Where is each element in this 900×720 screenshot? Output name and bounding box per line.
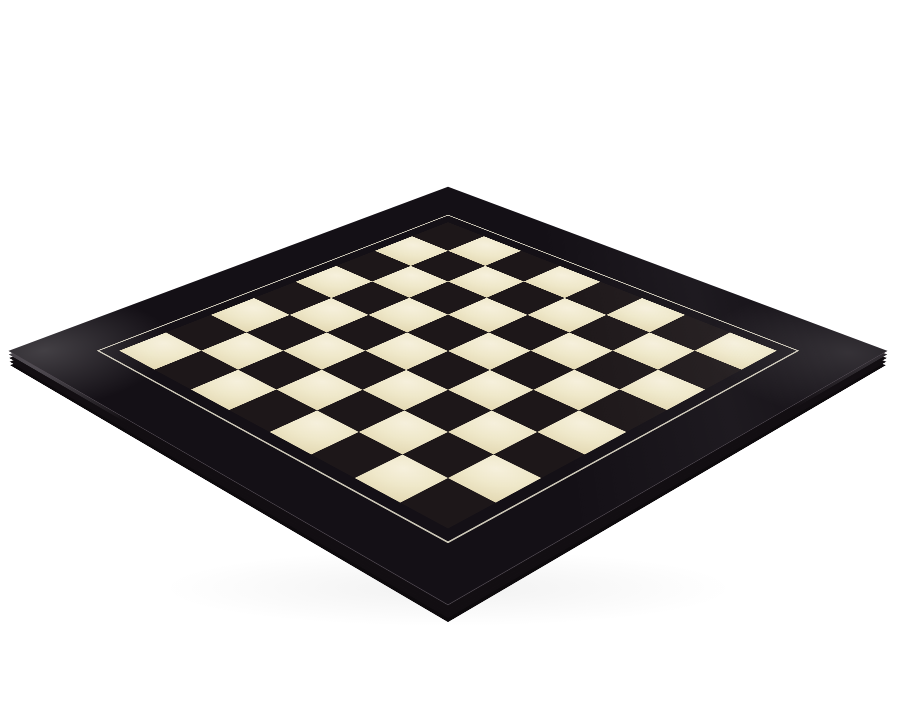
square-r4c4	[406, 351, 490, 390]
square-r2c7	[619, 370, 705, 411]
square-r5c6	[448, 410, 537, 454]
square-r6c4	[317, 390, 404, 432]
square-r3c7	[579, 390, 666, 432]
product-photo-scene	[0, 0, 900, 720]
square-r5c5	[404, 390, 491, 432]
square-r2c6	[574, 351, 658, 390]
square-r7c5	[311, 432, 402, 478]
square-r6c6	[402, 432, 493, 478]
square-r4c6	[492, 390, 579, 432]
square-r7c2	[191, 370, 277, 411]
square-r7c6	[355, 454, 448, 502]
square-r7c3	[229, 390, 316, 432]
square-r6c7	[448, 454, 541, 502]
square-r3c6	[534, 370, 620, 411]
square-r1c7	[658, 351, 742, 390]
square-r6c5	[359, 410, 448, 454]
square-r4c7	[537, 410, 626, 454]
square-r6c3	[277, 370, 363, 411]
square-r7c7	[400, 478, 496, 529]
square-r7c1	[154, 351, 238, 390]
square-r7c4	[269, 410, 358, 454]
square-r3c5	[490, 351, 574, 390]
square-r5c7	[494, 432, 585, 478]
square-r6c2	[238, 351, 322, 390]
square-r5c4	[362, 370, 448, 411]
square-r5c3	[322, 351, 406, 390]
square-r4c5	[448, 370, 534, 411]
